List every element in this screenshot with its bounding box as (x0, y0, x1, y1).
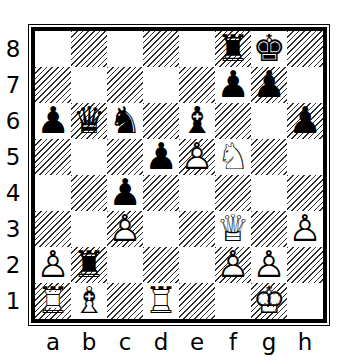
piece-outline: ♘ (215, 139, 251, 175)
square-e2[interactable] (179, 247, 215, 283)
square-a3[interactable] (35, 211, 71, 247)
square-d4[interactable] (143, 175, 179, 211)
white-pawn-g2[interactable]: ♟♙ (251, 247, 287, 283)
square-c3[interactable]: ♟♙ (107, 211, 143, 247)
square-b2[interactable]: ♜ (71, 247, 107, 283)
piece-glyph: ♚ (251, 31, 287, 67)
piece-outline: ♙ (287, 211, 323, 247)
piece-glyph: ♟ (107, 175, 143, 211)
square-h5[interactable] (287, 139, 323, 175)
black-queen-b6[interactable]: ♛ (71, 103, 107, 139)
square-g6[interactable] (251, 103, 287, 139)
piece-outline: ♙ (35, 247, 71, 283)
white-pawn-f2[interactable]: ♟♙ (215, 247, 251, 283)
white-bishop-b1[interactable]: ♝♗ (71, 283, 107, 319)
piece-outline: ♙ (179, 139, 215, 175)
square-c7[interactable] (107, 67, 143, 103)
piece-outline: ♔ (251, 283, 287, 319)
file-label-h: h (287, 328, 323, 356)
square-c6[interactable]: ♞ (107, 103, 143, 139)
rank-label-3: 3 (0, 211, 26, 247)
rank-label-7: 7 (0, 67, 26, 103)
black-pawn-a6[interactable]: ♟ (35, 103, 71, 139)
piece-outline: ♖ (35, 283, 71, 319)
rank-label-5: 5 (0, 139, 26, 175)
square-g3[interactable] (251, 211, 287, 247)
rank-labels: 87654321 (0, 31, 26, 319)
rank-label-2: 2 (0, 247, 26, 283)
square-a5[interactable] (35, 139, 71, 175)
square-h3[interactable]: ♟♙ (287, 211, 323, 247)
chess-board: ♜♚♟♟♟♛♞♝♟♟♟♙♞♘♟♟♙♛♕♟♙♟♙♜♟♙♟♙♜♖♝♗♜♖♚♔ (31, 27, 327, 323)
square-d7[interactable] (143, 67, 179, 103)
square-h1[interactable] (287, 283, 323, 319)
square-f4[interactable] (215, 175, 251, 211)
rank-label-4: 4 (0, 175, 26, 211)
square-g5[interactable] (251, 139, 287, 175)
square-a4[interactable] (35, 175, 71, 211)
white-pawn-e5[interactable]: ♟♙ (179, 139, 215, 175)
square-g4[interactable] (251, 175, 287, 211)
square-b7[interactable] (71, 67, 107, 103)
square-h6[interactable]: ♟ (287, 103, 323, 139)
square-a8[interactable] (35, 31, 71, 67)
white-king-g1[interactable]: ♚♔ (251, 283, 287, 319)
square-d5[interactable]: ♟ (143, 139, 179, 175)
square-c2[interactable] (107, 247, 143, 283)
square-g1[interactable]: ♚♔ (251, 283, 287, 319)
square-c5[interactable] (107, 139, 143, 175)
square-f6[interactable] (215, 103, 251, 139)
black-pawn-g7[interactable]: ♟ (251, 67, 287, 103)
square-c1[interactable] (107, 283, 143, 319)
square-h7[interactable] (287, 67, 323, 103)
square-a1[interactable]: ♜♖ (35, 283, 71, 319)
square-e7[interactable] (179, 67, 215, 103)
square-e8[interactable] (179, 31, 215, 67)
file-label-d: d (143, 328, 179, 356)
white-knight-f5[interactable]: ♞♘ (215, 139, 251, 175)
white-queen-f3[interactable]: ♛♕ (215, 211, 251, 247)
square-f3[interactable]: ♛♕ (215, 211, 251, 247)
file-label-e: e (179, 328, 215, 356)
square-b1[interactable]: ♝♗ (71, 283, 107, 319)
file-label-a: a (35, 328, 71, 356)
square-a7[interactable] (35, 67, 71, 103)
square-h4[interactable] (287, 175, 323, 211)
square-d1[interactable]: ♜♖ (143, 283, 179, 319)
black-pawn-c4[interactable]: ♟ (107, 175, 143, 211)
square-g8[interactable]: ♚ (251, 31, 287, 67)
file-label-g: g (251, 328, 287, 356)
file-label-f: f (215, 328, 251, 356)
white-pawn-a2[interactable]: ♟♙ (35, 247, 71, 283)
black-rook-f8[interactable]: ♜ (215, 31, 251, 67)
piece-outline: ♕ (215, 211, 251, 247)
white-rook-a1[interactable]: ♜♖ (35, 283, 71, 319)
piece-outline: ♖ (143, 283, 179, 319)
white-pawn-h3[interactable]: ♟♙ (287, 211, 323, 247)
black-pawn-d5[interactable]: ♟ (143, 139, 179, 175)
piece-glyph: ♜ (215, 31, 251, 67)
black-pawn-h6[interactable]: ♟ (287, 103, 323, 139)
piece-outline: ♙ (107, 211, 143, 247)
square-d8[interactable] (143, 31, 179, 67)
black-knight-c6[interactable]: ♞ (107, 103, 143, 139)
square-b8[interactable] (71, 31, 107, 67)
file-label-c: c (107, 328, 143, 356)
piece-outline: ♙ (215, 247, 251, 283)
piece-glyph: ♞ (107, 103, 143, 139)
chess-diagram-frame: ♜♚♟♟♟♛♞♝♟♟♟♙♞♘♟♟♙♛♕♟♙♟♙♜♟♙♟♙♜♖♝♗♜♖♚♔ (28, 24, 330, 326)
square-c8[interactable] (107, 31, 143, 67)
square-e5[interactable]: ♟♙ (179, 139, 215, 175)
square-d3[interactable] (143, 211, 179, 247)
white-pawn-c3[interactable]: ♟♙ (107, 211, 143, 247)
square-f1[interactable] (215, 283, 251, 319)
piece-outline: ♙ (251, 247, 287, 283)
black-bishop-e6[interactable]: ♝ (179, 103, 215, 139)
square-g7[interactable]: ♟ (251, 67, 287, 103)
piece-glyph: ♝ (179, 103, 215, 139)
piece-glyph: ♜ (71, 247, 107, 283)
piece-glyph: ♟ (35, 103, 71, 139)
piece-glyph: ♟ (287, 103, 323, 139)
square-c4[interactable]: ♟ (107, 175, 143, 211)
rank-label-6: 6 (0, 103, 26, 139)
square-d2[interactable] (143, 247, 179, 283)
piece-glyph: ♟ (251, 67, 287, 103)
square-h8[interactable] (287, 31, 323, 67)
square-f2[interactable]: ♟♙ (215, 247, 251, 283)
square-e1[interactable] (179, 283, 215, 319)
black-rook-b2[interactable]: ♜ (71, 247, 107, 283)
piece-glyph: ♟ (143, 139, 179, 175)
square-a2[interactable]: ♟♙ (35, 247, 71, 283)
square-e3[interactable] (179, 211, 215, 247)
white-rook-d1[interactable]: ♜♖ (143, 283, 179, 319)
rank-label-8: 8 (0, 31, 26, 67)
square-e6[interactable]: ♝ (179, 103, 215, 139)
square-h2[interactable] (287, 247, 323, 283)
file-label-b: b (71, 328, 107, 356)
rank-label-1: 1 (0, 283, 26, 319)
square-b4[interactable] (71, 175, 107, 211)
square-b5[interactable] (71, 139, 107, 175)
square-d6[interactable] (143, 103, 179, 139)
square-e4[interactable] (179, 175, 215, 211)
square-a6[interactable]: ♟ (35, 103, 71, 139)
black-pawn-f7[interactable]: ♟ (215, 67, 251, 103)
piece-glyph: ♛ (71, 103, 107, 139)
file-labels: abcdefgh (35, 328, 323, 356)
square-b3[interactable] (71, 211, 107, 247)
piece-outline: ♗ (71, 283, 107, 319)
piece-glyph: ♟ (215, 67, 251, 103)
square-b6[interactable]: ♛ (71, 103, 107, 139)
square-f8[interactable]: ♜ (215, 31, 251, 67)
black-king-g8[interactable]: ♚ (251, 31, 287, 67)
square-f5[interactable]: ♞♘ (215, 139, 251, 175)
square-f7[interactable]: ♟ (215, 67, 251, 103)
square-g2[interactable]: ♟♙ (251, 247, 287, 283)
